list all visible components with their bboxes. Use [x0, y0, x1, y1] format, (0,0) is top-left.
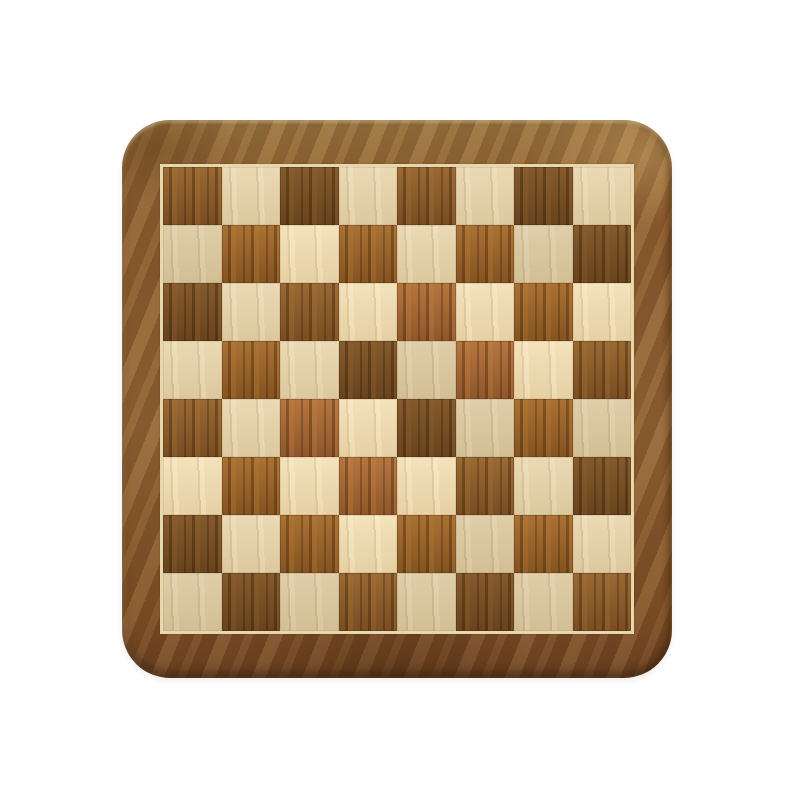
square-f4[interactable]: [456, 399, 515, 457]
square-a1[interactable]: [163, 573, 222, 631]
square-c8[interactable]: [280, 167, 339, 225]
square-b6[interactable]: [222, 283, 281, 341]
square-d6[interactable]: [339, 283, 398, 341]
square-a8[interactable]: [163, 167, 222, 225]
square-a6[interactable]: [163, 283, 222, 341]
square-d4[interactable]: [339, 399, 398, 457]
square-g3[interactable]: [514, 457, 573, 515]
square-g6[interactable]: [514, 283, 573, 341]
square-c2[interactable]: [280, 515, 339, 573]
square-a7[interactable]: [163, 225, 222, 283]
square-d1[interactable]: [339, 573, 398, 631]
square-e2[interactable]: [397, 515, 456, 573]
square-c3[interactable]: [280, 457, 339, 515]
square-b1[interactable]: [222, 573, 281, 631]
square-h7[interactable]: [573, 225, 632, 283]
square-a4[interactable]: [163, 399, 222, 457]
square-h2[interactable]: [573, 515, 632, 573]
square-f3[interactable]: [456, 457, 515, 515]
square-g1[interactable]: [514, 573, 573, 631]
square-f7[interactable]: [456, 225, 515, 283]
square-h4[interactable]: [573, 399, 632, 457]
square-f6[interactable]: [456, 283, 515, 341]
square-h5[interactable]: [573, 341, 632, 399]
square-e7[interactable]: [397, 225, 456, 283]
square-h6[interactable]: [573, 283, 632, 341]
square-g8[interactable]: [514, 167, 573, 225]
square-f2[interactable]: [456, 515, 515, 573]
square-c5[interactable]: [280, 341, 339, 399]
square-e6[interactable]: [397, 283, 456, 341]
square-a5[interactable]: [163, 341, 222, 399]
square-f8[interactable]: [456, 167, 515, 225]
square-h3[interactable]: [573, 457, 632, 515]
playing-area: [163, 167, 631, 631]
square-e5[interactable]: [397, 341, 456, 399]
square-c7[interactable]: [280, 225, 339, 283]
square-f5[interactable]: [456, 341, 515, 399]
inlay-border: [160, 164, 634, 634]
square-d8[interactable]: [339, 167, 398, 225]
square-e4[interactable]: [397, 399, 456, 457]
square-a2[interactable]: [163, 515, 222, 573]
square-c6[interactable]: [280, 283, 339, 341]
square-b3[interactable]: [222, 457, 281, 515]
photo-background: [0, 0, 800, 800]
square-a3[interactable]: [163, 457, 222, 515]
square-b7[interactable]: [222, 225, 281, 283]
square-e8[interactable]: [397, 167, 456, 225]
square-c4[interactable]: [280, 399, 339, 457]
square-g4[interactable]: [514, 399, 573, 457]
square-g2[interactable]: [514, 515, 573, 573]
chess-board-frame: [122, 120, 672, 678]
square-b8[interactable]: [222, 167, 281, 225]
square-g5[interactable]: [514, 341, 573, 399]
square-h1[interactable]: [573, 573, 632, 631]
square-d7[interactable]: [339, 225, 398, 283]
square-g7[interactable]: [514, 225, 573, 283]
square-b5[interactable]: [222, 341, 281, 399]
square-d5[interactable]: [339, 341, 398, 399]
square-e3[interactable]: [397, 457, 456, 515]
square-d3[interactable]: [339, 457, 398, 515]
square-h8[interactable]: [573, 167, 632, 225]
square-c1[interactable]: [280, 573, 339, 631]
square-f1[interactable]: [456, 573, 515, 631]
square-d2[interactable]: [339, 515, 398, 573]
square-b4[interactable]: [222, 399, 281, 457]
square-b2[interactable]: [222, 515, 281, 573]
square-e1[interactable]: [397, 573, 456, 631]
